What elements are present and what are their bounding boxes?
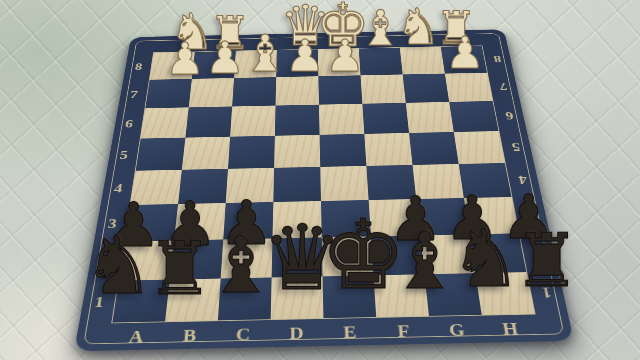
piece-white-pawn-b7[interactable]: ♟ (205, 36, 244, 80)
square-d5[interactable] (274, 135, 320, 168)
photo-scene: 8877665544332211ABCDEFGH ♞♜♛♚♝♞♜♝♟♟♟♟♟♞♜… (0, 0, 640, 360)
square-f5[interactable] (364, 133, 412, 166)
piece-black-rook-h1[interactable]: ♜ (514, 223, 580, 297)
square-h6[interactable] (449, 101, 498, 132)
piece-black-knight-a1[interactable]: ♞ (83, 227, 155, 307)
piece-white-pawn-h7[interactable]: ♟ (445, 31, 484, 75)
square-g7[interactable] (403, 74, 449, 103)
file-label-h: H (483, 320, 539, 337)
rank-label-5-left: 5 (109, 149, 140, 161)
piece-white-pawn-a7[interactable]: ♟ (165, 36, 204, 80)
rank-label-8-right: 8 (483, 54, 511, 64)
file-label-c: C (216, 326, 270, 344)
rank-label-5-right: 5 (501, 141, 532, 153)
file-label-d: D (270, 325, 324, 343)
square-f7[interactable] (361, 74, 406, 103)
file-label-b: B (163, 327, 218, 345)
rank-label-6-left: 6 (114, 118, 144, 129)
square-e4[interactable] (320, 166, 368, 201)
square-g5[interactable] (409, 132, 459, 165)
rank-label-7-right: 7 (489, 81, 518, 92)
piece-black-knight-g1[interactable]: ♞ (450, 219, 522, 299)
file-label-g: G (430, 321, 486, 338)
rank-label-8-left: 8 (125, 62, 153, 72)
square-a6[interactable] (141, 107, 189, 138)
square-h5[interactable] (454, 131, 505, 164)
square-c5[interactable] (228, 136, 275, 169)
square-d6[interactable] (275, 105, 320, 136)
rank-label-6-right: 6 (495, 110, 525, 121)
square-e5[interactable] (320, 134, 367, 167)
square-a5[interactable] (136, 138, 186, 171)
square-g6[interactable] (406, 102, 454, 133)
square-c6[interactable] (230, 106, 275, 137)
piece-white-bishop-c7[interactable]: ♝ (242, 28, 288, 79)
square-e6[interactable] (319, 104, 364, 135)
file-label-f: F (377, 322, 432, 340)
file-label-e: E (324, 323, 378, 341)
piece-black-bishop-c1[interactable]: ♝ (206, 226, 276, 304)
piece-white-pawn-e7[interactable]: ♟ (325, 33, 364, 77)
square-b5[interactable] (182, 137, 230, 170)
square-d4[interactable] (273, 167, 321, 202)
rank-label-7-left: 7 (120, 89, 149, 100)
piece-white-pawn-d7[interactable]: ♟ (285, 34, 324, 78)
square-f6[interactable] (362, 103, 409, 134)
piece-black-rook-b1[interactable]: ♜ (147, 231, 213, 305)
square-b6[interactable] (185, 106, 232, 137)
file-label-a: A (109, 328, 165, 346)
